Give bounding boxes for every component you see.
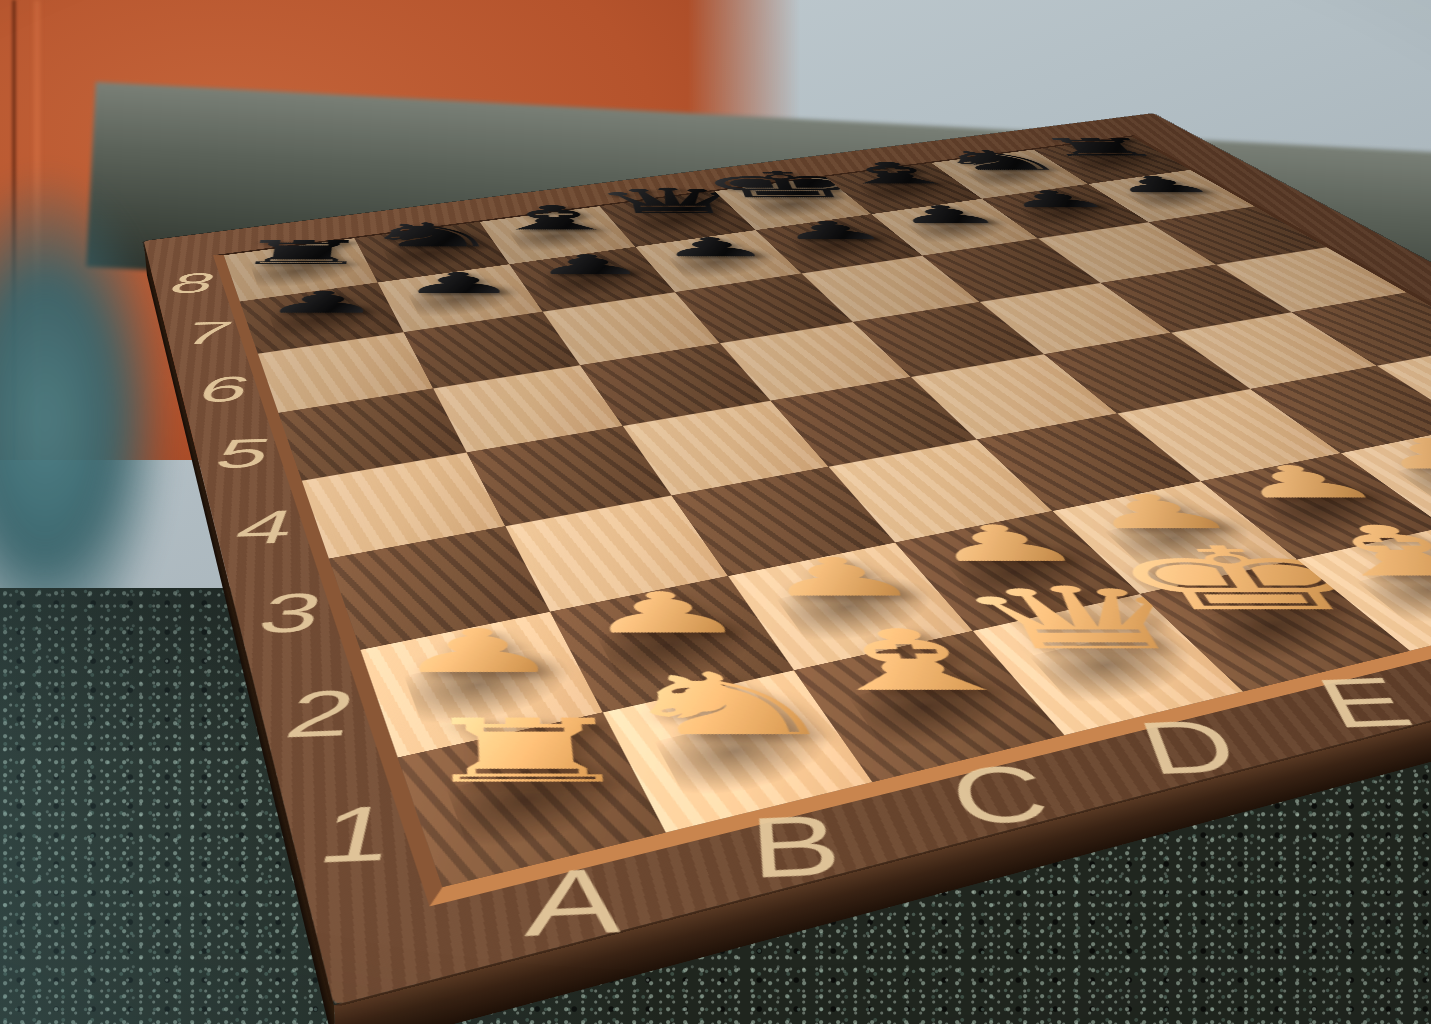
rank-label-8: 8	[146, 264, 238, 301]
square-b6[interactable]	[404, 312, 580, 389]
piece-white-pawn-d2[interactable]: ♟	[912, 520, 1097, 568]
photo-scene: ♜♞♝♛♚♝♞♜♟♟♟♟♟♟♟♟♟♟♟♟♟♟♟♟♜♞♝♛♚♝♞♜ ABCDEFG…	[0, 0, 1431, 1024]
piece-black-pawn-a7[interactable]: ♟	[258, 288, 385, 317]
piece-black-pawn-f7[interactable]: ♟	[883, 203, 1009, 226]
piece-black-pawn-c7[interactable]: ♟	[528, 252, 651, 278]
square-a7[interactable]: ♟	[240, 283, 404, 354]
piece-white-pawn-a2[interactable]: ♟	[389, 623, 568, 681]
piece-black-pawn-h7[interactable]: ♟	[1097, 174, 1225, 195]
piece-white-pawn-b2[interactable]: ♟	[575, 586, 755, 640]
piece-black-pawn-d7[interactable]: ♟	[651, 235, 775, 260]
rank-label-7: 7	[159, 312, 255, 354]
piece-white-pawn-f2[interactable]: ♟	[1210, 461, 1397, 503]
piece-black-rook-a8[interactable]: ♜	[226, 237, 374, 268]
piece-black-rook-h8[interactable]: ♜	[1027, 136, 1174, 159]
piece-white-pawn-c2[interactable]: ♟	[749, 552, 932, 603]
piece-black-pawn-e7[interactable]: ♟	[770, 219, 895, 243]
rank-label-2: 2	[253, 671, 384, 759]
